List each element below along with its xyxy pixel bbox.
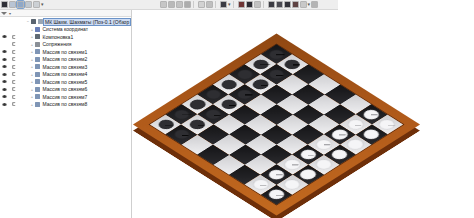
filter-funnel-icon[interactable]: [1, 12, 7, 15]
app-icon[interactable]: [1, 1, 8, 8]
toolbar-icon-2[interactable]: [168, 1, 175, 8]
tree-expand-toggle[interactable]: +: [30, 64, 34, 69]
suppress-clip-icon[interactable]: [12, 42, 16, 46]
tree-expand-toggle[interactable]: +: [30, 72, 34, 77]
array-icon: [35, 57, 40, 62]
tree-item[interactable]: +Массив по связям2: [0, 56, 131, 64]
tree-expand-toggle[interactable]: +: [30, 42, 34, 47]
suppress-clip-icon[interactable]: [12, 65, 16, 69]
axes-icon: [35, 27, 40, 32]
tree-expand-toggle[interactable]: −: [26, 19, 30, 24]
toolbar-icon-7[interactable]: [220, 1, 227, 8]
tree-item-label: Массив по связям3: [42, 64, 89, 70]
tree-item-label: Массив по связям1: [42, 49, 89, 55]
tree-item-label: Массив по связям5: [42, 79, 89, 85]
tree-expand-toggle[interactable]: +: [30, 57, 34, 62]
chess-board[interactable]: ♜♟♟♜♞♟♟♞♝♟♟♝♚♟♟♚♛♟♟♛♝♟♟♝♞♟♟♞♜♟♟♜: [132, 33, 419, 215]
suppress-clip-icon[interactable]: [12, 102, 16, 106]
toolbar-icon-6[interactable]: [206, 1, 213, 8]
tree-item-label: Массив по связям7: [42, 94, 89, 100]
tree-item-label: Сопряжения: [42, 41, 73, 47]
feature-tree-panel: ▾ −МК Шахм. Шахматы (Поз-0.1 (Обзор+Сист…: [0, 10, 131, 218]
visibility-eye-icon[interactable]: [2, 58, 7, 61]
tree-item-label: Массив по связям6: [42, 86, 89, 92]
tree-item-label: Компоновка1: [42, 34, 75, 40]
tree-item[interactable]: +Массив по связям7: [0, 93, 131, 101]
assembly-icon: [31, 19, 36, 24]
filter-caret-icon[interactable]: ▾: [9, 11, 11, 16]
panel-toolbar: ▾: [1, 1, 44, 8]
tree-item[interactable]: +Массив по связям6: [0, 86, 131, 94]
tree-item[interactable]: +Компоновка1: [0, 33, 131, 41]
main-toolbar: ▾▾: [160, 1, 318, 8]
3d-viewport[interactable]: ♜♟♟♜♞♟♟♞♝♟♟♝♚♟♟♚♛♟♟♛♝♟♟♝♞♟♟♞♜♟♟♜: [132, 10, 474, 218]
tree-expand-toggle[interactable]: +: [30, 49, 34, 54]
tree-expand-toggle[interactable]: +: [30, 27, 34, 32]
tree-item-label: Система координат: [42, 26, 89, 32]
chess-board-grid: ♜♟♟♜♞♟♟♞♝♟♟♝♚♟♟♚♛♟♟♛♝♟♟♝♞♟♟♞♜♟♟♜: [148, 43, 404, 205]
tree-item-label: МК Шахм. Шахматы (Поз-0.1 (Обзор: [44, 19, 130, 25]
display-icon[interactable]: [33, 1, 40, 8]
tree-expand-toggle[interactable]: +: [30, 102, 34, 107]
array-icon: [35, 64, 40, 69]
tree-item[interactable]: +Сопряжения: [0, 41, 131, 49]
suppress-clip-icon[interactable]: [12, 80, 16, 84]
tree-expand-toggle[interactable]: +: [30, 79, 34, 84]
tree-item[interactable]: +Массив по связям8: [0, 101, 131, 109]
assembly-state-icon: [38, 19, 43, 24]
toolbar-icon-16[interactable]: [311, 1, 318, 8]
dropdown-caret-icon[interactable]: ▾: [41, 1, 44, 8]
tree-tab-icon[interactable]: [17, 1, 24, 8]
toolbar-icon-11[interactable]: [268, 1, 275, 8]
visibility-eye-icon[interactable]: [2, 73, 7, 76]
suppress-clip-icon[interactable]: [12, 50, 16, 54]
toolbar-separator: [263, 1, 266, 8]
visibility-eye-icon[interactable]: [2, 35, 7, 38]
tree-item-label: Массив по связям4: [42, 71, 89, 77]
suppress-clip-icon[interactable]: [12, 87, 16, 91]
tree-item-label: Массив по связям2: [42, 56, 89, 62]
array-icon: [35, 49, 40, 54]
tree-item[interactable]: +Массив по связям4: [0, 71, 131, 79]
array-icon: [35, 79, 40, 84]
visibility-eye-icon[interactable]: [2, 65, 7, 68]
visibility-eye-icon[interactable]: [2, 88, 7, 91]
sheet-icon[interactable]: [25, 1, 32, 8]
piece-glyph: ♟: [157, 117, 205, 138]
toolbar-icon-14[interactable]: [292, 1, 299, 8]
suppress-clip-icon[interactable]: [12, 35, 16, 39]
toolbar-separator: [193, 1, 196, 8]
toolbar-icon-8[interactable]: [238, 1, 245, 8]
tree-expand-toggle[interactable]: +: [30, 34, 34, 39]
layout-icon: [35, 34, 40, 39]
dropdown-caret-icon[interactable]: ▾: [228, 1, 231, 8]
visibility-eye-icon[interactable]: [2, 50, 7, 53]
model-tab-icon[interactable]: [9, 1, 16, 8]
tree-filter-row[interactable]: ▾: [0, 10, 131, 17]
toolbar-icon-12[interactable]: [276, 1, 283, 8]
toolbar-icon-9[interactable]: [246, 1, 253, 8]
toolbar-icon-5[interactable]: [198, 1, 205, 8]
toolbar-icon-10[interactable]: [254, 1, 261, 8]
square-c5: [229, 124, 261, 144]
visibility-eye-icon[interactable]: [2, 95, 7, 98]
array-icon: [35, 102, 40, 107]
suppress-clip-icon[interactable]: [12, 57, 16, 61]
tree-expand-toggle[interactable]: +: [30, 87, 34, 92]
toolbar-icon-13[interactable]: [284, 1, 291, 8]
suppress-clip-icon[interactable]: [12, 72, 16, 76]
feature-tree: −МК Шахм. Шахматы (Поз-0.1 (Обзор+Систем…: [0, 18, 131, 108]
tree-expand-toggle[interactable]: +: [30, 94, 34, 99]
piece-glyph: ♜: [252, 172, 300, 198]
array-icon: [35, 72, 40, 77]
toolbar-separator: [233, 1, 236, 8]
visibility-eye-icon[interactable]: [2, 103, 7, 106]
toolbar-icon-3[interactable]: [176, 1, 183, 8]
mates-icon: [35, 42, 40, 47]
toolbar-icon-15[interactable]: [300, 1, 307, 8]
square-a1: ♜: [260, 184, 292, 204]
tree-item[interactable]: +Система координат: [0, 26, 131, 34]
tree-root-item[interactable]: −МК Шахм. Шахматы (Поз-0.1 (Обзор: [0, 18, 131, 26]
visibility-eye-icon[interactable]: [2, 80, 7, 83]
array-icon: [35, 94, 40, 99]
array-icon: [35, 87, 40, 92]
dropdown-caret-icon[interactable]: ▾: [308, 1, 311, 8]
toolbar-separator: [215, 1, 218, 8]
suppress-clip-icon[interactable]: [12, 95, 16, 99]
cad-app-window: ▾ ▾▾ ▾ −МК Шахм. Шахматы (Поз-0.1 (Обзор…: [0, 0, 474, 218]
toolbar-icon-4[interactable]: [184, 1, 191, 8]
tree-item[interactable]: +Массив по связям5: [0, 78, 131, 86]
tree-item[interactable]: +Массив по связям3: [0, 63, 131, 71]
tree-item[interactable]: +Массив по связям1: [0, 48, 131, 56]
tree-item-label: Массив по связям8: [42, 101, 89, 107]
toolbar-icon-1[interactable]: [160, 1, 167, 8]
